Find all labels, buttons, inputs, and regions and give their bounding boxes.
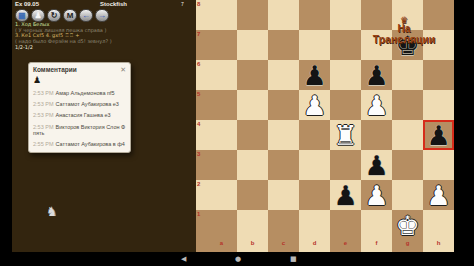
comments-popup: Комментарии ✕ ♟ 2:53 PMАмар Альдемонова … [28, 62, 131, 153]
rank-label-6: 6 [196, 60, 206, 90]
engine-move-list: 1. Ход Белых( У черных лишняя пешка спра… [15, 22, 193, 51]
nav-home-icon[interactable]: ● [235, 255, 241, 263]
engine-line: 1/2-1/2 [15, 45, 193, 51]
comments-titlebar: Комментарии ✕ [33, 66, 126, 73]
square-b1[interactable] [237, 210, 268, 240]
square-b5[interactable] [237, 90, 268, 120]
file-label-h: h [423, 240, 454, 252]
square-h7[interactable] [423, 30, 454, 60]
square-d1[interactable] [299, 210, 330, 240]
exercise-label: Ex 09.05 [15, 1, 39, 7]
comment-row: 2:53 PMСаттамот Аубакирова е3 [33, 101, 126, 107]
rank-label-3: 3 [196, 150, 206, 180]
square-e4[interactable]: ♜ [330, 120, 361, 150]
file-label-a: a [206, 240, 237, 252]
square-a8[interactable] [206, 0, 237, 30]
file-label-e: e [330, 240, 361, 252]
comment-text: Саттамот Аубакирова в ф4 [55, 141, 124, 147]
square-c7[interactable] [268, 30, 299, 60]
square-h5[interactable] [423, 90, 454, 120]
rank-label-7: 7 [196, 30, 206, 60]
square-a5[interactable] [206, 90, 237, 120]
square-f2[interactable]: ♟ [361, 180, 392, 210]
comment-text: Амар Альдемонова пf5 [55, 90, 114, 96]
rank-label-4: 4 [196, 120, 206, 150]
piece-white-rook-e4: ♜ [330, 120, 361, 150]
comment-time: 2:53 PM [33, 101, 53, 107]
square-d2[interactable] [299, 180, 330, 210]
square-a6[interactable] [206, 60, 237, 90]
pawn-icon: ♟ [33, 75, 126, 85]
square-f4[interactable] [361, 120, 392, 150]
comment-time: 2:55 PM [33, 141, 53, 147]
piece-white-pawn-d5: ♟ [299, 90, 330, 120]
rank-label-1: 1 [196, 210, 206, 240]
board-corner [196, 240, 206, 252]
close-icon[interactable]: ✕ [120, 66, 126, 73]
comments-title: Комментарии [33, 66, 77, 73]
square-h2[interactable]: ♟ [423, 180, 454, 210]
android-navbar: ◀ ● ■ [0, 252, 474, 266]
square-g4[interactable] [392, 120, 423, 150]
square-c4[interactable] [268, 120, 299, 150]
app-screen: { "game": "chess", "position": { "fen": … [0, 0, 474, 266]
square-a7[interactable] [206, 30, 237, 60]
square-a1[interactable] [206, 210, 237, 240]
square-b6[interactable] [237, 60, 268, 90]
square-e3[interactable] [330, 150, 361, 180]
square-b4[interactable] [237, 120, 268, 150]
piece-white-pawn-f2: ♟ [361, 180, 392, 210]
file-label-d: d [299, 240, 330, 252]
square-b3[interactable] [237, 150, 268, 180]
square-f1[interactable] [361, 210, 392, 240]
square-e1[interactable] [330, 210, 361, 240]
square-d6[interactable]: ♟ [299, 60, 330, 90]
square-g8[interactable] [392, 0, 423, 30]
square-b8[interactable] [237, 0, 268, 30]
comments-list: 2:53 PMАмар Альдемонова пf52:53 PMСаттам… [33, 90, 126, 147]
piece-black-pawn-h4: ♟ [423, 120, 454, 150]
piece-white-king-g1: ♚ [392, 210, 423, 240]
square-f3[interactable]: ♟ [361, 150, 392, 180]
square-e5[interactable] [330, 90, 361, 120]
square-a3[interactable] [206, 150, 237, 180]
square-f8[interactable] [361, 0, 392, 30]
square-f6[interactable]: ♟ [361, 60, 392, 90]
square-d4[interactable] [299, 120, 330, 150]
square-e2[interactable]: ♟ [330, 180, 361, 210]
file-label-b: b [237, 240, 268, 252]
square-d5[interactable]: ♟ [299, 90, 330, 120]
comment-time: 2:53 PM [33, 124, 53, 130]
piece-black-pawn-e2: ♟ [330, 180, 361, 210]
square-a4[interactable] [206, 120, 237, 150]
square-h1[interactable] [423, 210, 454, 240]
square-e8[interactable] [330, 0, 361, 30]
engine-name-label: Stockfish [100, 1, 127, 7]
piece-white-pawn-f5: ♟ [361, 90, 392, 120]
square-c2[interactable] [268, 180, 299, 210]
square-e7[interactable] [330, 30, 361, 60]
comment-text: Саттамот Аубакирова е3 [55, 101, 118, 107]
piece-black-pawn-f3: ♟ [361, 150, 392, 180]
comment-row: 2:53 PMАмар Альдемонова пf5 [33, 90, 126, 96]
comment-time: 2:53 PM [33, 90, 53, 96]
file-label-c: c [268, 240, 299, 252]
square-c6[interactable] [268, 60, 299, 90]
file-label-f: f [361, 240, 392, 252]
prev-move-icon[interactable]: ← [79, 9, 93, 22]
comment-row: 2:53 PMАнастасия Гашева е3 [33, 112, 126, 118]
square-h8[interactable] [423, 0, 454, 30]
square-c5[interactable] [268, 90, 299, 120]
square-e6[interactable] [330, 60, 361, 90]
rank-label-8: 8 [196, 0, 206, 30]
comment-text: Анастасия Гашева е3 [55, 112, 110, 118]
square-c1[interactable] [268, 210, 299, 240]
rank-label-5: 5 [196, 90, 206, 120]
square-g5[interactable] [392, 90, 423, 120]
chess-board: 87♚6♟♟5♟♟4♜♟3♟2♟♟♟1♚abcdefgh [196, 0, 454, 252]
mode-m-icon[interactable]: M [63, 9, 77, 22]
square-g1[interactable]: ♚ [392, 210, 423, 240]
square-h4[interactable]: ♟ [423, 120, 454, 150]
square-c3[interactable] [268, 150, 299, 180]
comment-row: 2:55 PMСаттамот Аубакирова в ф4 [33, 141, 126, 147]
square-g2[interactable] [392, 180, 423, 210]
nav-back-icon[interactable]: ◀ [181, 255, 186, 263]
square-b7[interactable] [237, 30, 268, 60]
piece-black-pawn-d6: ♟ [299, 60, 330, 90]
square-d7[interactable] [299, 30, 330, 60]
piece-white-pawn-h2: ♟ [423, 180, 454, 210]
square-b2[interactable] [237, 180, 268, 210]
knight-icon: ♞ [46, 204, 58, 219]
piece-black-pawn-f6: ♟ [361, 60, 392, 90]
panel-corner-char: 7 [181, 1, 184, 7]
square-g7[interactable]: ♚ [392, 30, 423, 60]
square-d3[interactable] [299, 150, 330, 180]
piece-black-king-g7: ♚ [392, 30, 423, 60]
next-move-icon[interactable]: → [95, 9, 109, 22]
square-h6[interactable] [423, 60, 454, 90]
square-c8[interactable] [268, 0, 299, 30]
nav-recents-icon[interactable]: ■ [290, 255, 297, 263]
comment-row: 2:53 PMВикторов Виктория Слон Ф пять [33, 124, 126, 136]
analysis-panel: Ex 09.05 Stockfish 7 ▦♟↻M←→ 1. Ход Белых… [12, 0, 196, 252]
square-h3[interactable] [423, 150, 454, 180]
square-g6[interactable] [392, 60, 423, 90]
rank-label-2: 2 [196, 180, 206, 210]
square-a2[interactable] [206, 180, 237, 210]
file-label-g: g [392, 240, 423, 252]
comment-time: 2:53 PM [33, 112, 53, 118]
square-f5[interactable]: ♟ [361, 90, 392, 120]
square-d8[interactable] [299, 0, 330, 30]
square-f7[interactable] [361, 30, 392, 60]
square-g3[interactable] [392, 150, 423, 180]
